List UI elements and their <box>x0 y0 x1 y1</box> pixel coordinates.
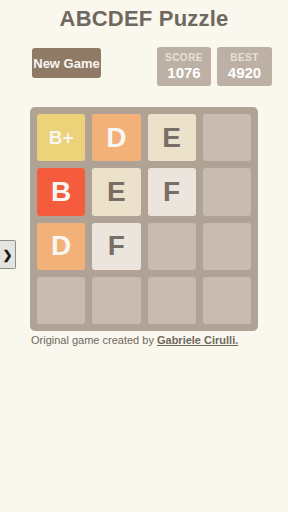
board-cell <box>148 277 196 324</box>
board-cell: F <box>92 223 140 270</box>
board-cell: B <box>37 168 85 215</box>
best-label: BEST <box>217 52 272 64</box>
tile-f: F <box>148 168 196 215</box>
score-value: 1076 <box>157 64 211 82</box>
drawer-handle-button[interactable]: ❯ <box>0 240 16 269</box>
chevron-right-icon: ❯ <box>2 249 12 261</box>
score-box: SCORE 1076 <box>157 47 211 86</box>
new-game-button[interactable]: New Game <box>32 48 101 78</box>
tile-f: F <box>92 223 140 270</box>
score-label: SCORE <box>157 52 211 64</box>
board-cell <box>203 168 251 215</box>
game-board[interactable]: B+DEBEFDF <box>30 107 258 331</box>
board-cell: E <box>148 114 196 161</box>
best-box: BEST 4920 <box>217 47 272 86</box>
board-cell: B+ <box>37 114 85 161</box>
board-cell <box>203 114 251 161</box>
app-screen: ABCDEF Puzzle New Game SCORE 1076 BEST 4… <box>0 0 288 512</box>
author-link[interactable]: Gabriele Cirulli. <box>157 334 238 346</box>
board-cell <box>37 277 85 324</box>
page-title: ABCDEF Puzzle <box>0 6 288 32</box>
board-cell <box>203 223 251 270</box>
board-cell: D <box>37 223 85 270</box>
board-cell <box>148 223 196 270</box>
board-cell: F <box>148 168 196 215</box>
tile-d: D <box>92 114 140 161</box>
tile-e: E <box>92 168 140 215</box>
tile-b: B <box>37 168 85 215</box>
board-cell: D <box>92 114 140 161</box>
board-cell: E <box>92 168 140 215</box>
tile-bplus: B+ <box>37 114 85 161</box>
credit-text: Original game created by Gabriele Cirull… <box>31 334 278 346</box>
board-cell <box>203 277 251 324</box>
credit-prefix: Original game created by <box>31 334 157 346</box>
tile-e: E <box>148 114 196 161</box>
tile-d: D <box>37 223 85 270</box>
best-value: 4920 <box>217 64 272 82</box>
board-cell <box>92 277 140 324</box>
